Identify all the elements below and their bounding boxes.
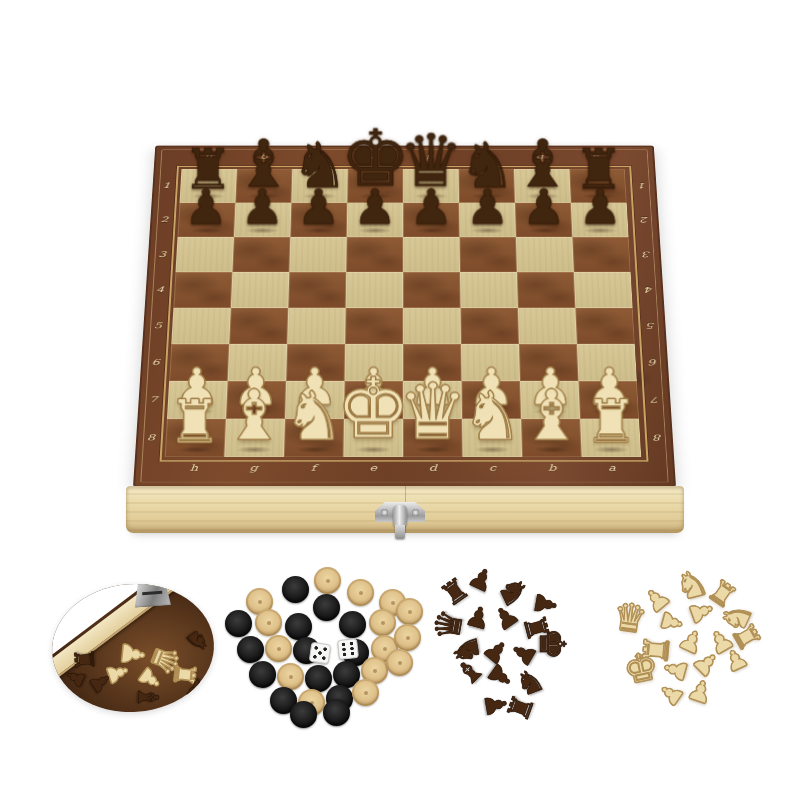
- wood-checker-19: [277, 663, 304, 690]
- wood-checker-2: [347, 579, 374, 606]
- wood-checker-11: [396, 598, 423, 625]
- black-checker-18: [249, 661, 276, 688]
- black-checker-8: [285, 613, 312, 640]
- wood-checker-0: [314, 567, 341, 594]
- box-piece-8: ♝: [133, 684, 161, 710]
- wood-checker-13: [265, 635, 292, 662]
- black-checker-29: [290, 701, 317, 728]
- product-photo-page: 1122334455667788hhggffeeddccbbaa ♜♝♞♚♛♞♝…: [0, 0, 800, 800]
- hinge-icon: [134, 581, 172, 607]
- detail-thumbnails: ♟♛♟♜♟♜♞♟♝♟♟ ♜♟♞♟♛♟♟♜♞♟♟♚♝♟♞♟♜ ♞♜♟♛♟♞♟♜♟♟…: [0, 0, 800, 800]
- wood-checker-23: [386, 649, 413, 676]
- wood-checker-7: [255, 609, 282, 636]
- die-5: [309, 642, 332, 665]
- thumbnail-box-interior: ♟♛♟♜♟♜♞♟♝♟♟: [48, 579, 219, 718]
- black-checker-28: [323, 699, 350, 726]
- black-checker-20: [305, 665, 332, 692]
- wood-checker-10: [369, 609, 396, 636]
- black-checker-4: [313, 594, 340, 621]
- black-checker-12: [237, 636, 264, 663]
- dark_pieces_pile-item-11: ♚: [534, 628, 570, 660]
- die-6: [337, 638, 359, 660]
- black-checker-6: [225, 610, 252, 637]
- wood-checker-17: [394, 624, 421, 651]
- black-checker-9: [339, 611, 366, 638]
- dark_pieces_pile-item-5: ♟: [462, 601, 494, 635]
- wood-checker-27: [352, 679, 379, 706]
- black-checker-1: [282, 576, 309, 603]
